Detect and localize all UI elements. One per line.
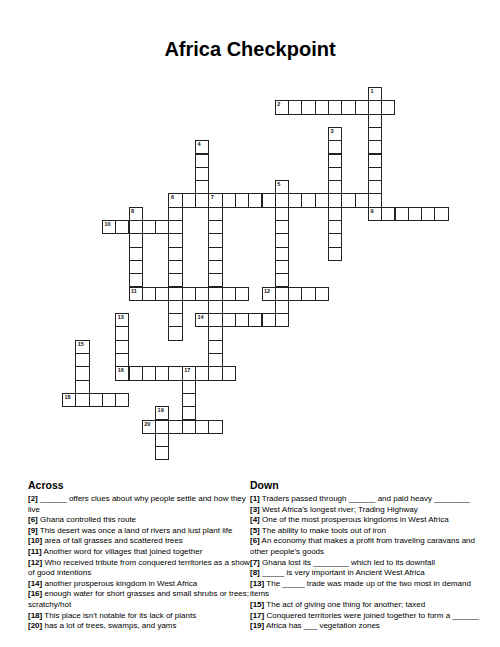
clue-item: [7] Ghana lost its ________ which led to… <box>250 558 482 569</box>
grid-cell[interactable] <box>328 247 342 261</box>
grid-cell[interactable] <box>328 154 342 168</box>
grid-cell[interactable] <box>288 193 302 207</box>
grid-cell[interactable] <box>155 366 169 380</box>
clue-item: [11] Another word for villages that join… <box>28 547 252 558</box>
grid-cell[interactable] <box>208 207 222 221</box>
clue-number: 10 <box>104 221 110 227</box>
clue-number: 5 <box>277 181 280 187</box>
grid-cell[interactable] <box>381 100 395 114</box>
clue-item: [4] One of the most prosperous kingdoms … <box>250 515 482 526</box>
grid-cell[interactable]: 12 <box>262 287 276 301</box>
grid-cell[interactable] <box>182 406 196 420</box>
grid-cell[interactable] <box>115 326 129 340</box>
grid-cell[interactable] <box>235 313 249 327</box>
grid-cell[interactable] <box>168 313 182 327</box>
grid-cell[interactable] <box>155 433 169 447</box>
grid-cell[interactable]: 6 <box>168 193 182 207</box>
grid-cell[interactable] <box>275 260 289 274</box>
clue-number: 15 <box>78 341 84 347</box>
crossword-grid: 1923456781110121316141517181920 <box>62 87 449 460</box>
down-clue-list: [1] Traders passed through ______ and pa… <box>250 494 482 632</box>
clue-item-number: [8] <box>250 568 260 577</box>
clue-item-number: [2] <box>28 494 38 503</box>
clue-item: [5] The ability to make tools out of iro… <box>250 526 482 537</box>
grid-cell[interactable] <box>208 353 222 367</box>
grid-cell[interactable] <box>248 313 262 327</box>
grid-cell[interactable] <box>301 287 315 301</box>
down-header: Down <box>250 479 482 491</box>
clue-item-number: [5] <box>250 526 260 535</box>
clue-item-number: [18] <box>28 611 42 620</box>
grid-cell[interactable] <box>208 220 222 234</box>
grid-cell[interactable] <box>168 273 182 287</box>
grid-cell[interactable] <box>195 180 209 194</box>
grid-cell[interactable] <box>142 366 156 380</box>
grid-cell[interactable] <box>288 100 302 114</box>
grid-cell[interactable] <box>315 287 329 301</box>
grid-cell[interactable]: 3 <box>328 127 342 141</box>
grid-cell[interactable] <box>195 287 209 301</box>
grid-cell[interactable]: 1 <box>368 87 382 101</box>
grid-cell[interactable] <box>208 260 222 274</box>
grid-cell[interactable] <box>222 366 236 380</box>
grid-cell[interactable] <box>208 273 222 287</box>
grid-cell[interactable] <box>341 193 355 207</box>
grid-cell[interactable] <box>434 207 448 221</box>
grid-cell[interactable] <box>208 233 222 247</box>
grid-cell[interactable] <box>368 193 382 207</box>
grid-cell[interactable]: 13 <box>115 313 129 327</box>
grid-cell[interactable] <box>368 167 382 181</box>
clue-item: [19] Africa has ___ vegetation zones <box>250 621 482 632</box>
clue-number: 13 <box>118 314 124 320</box>
across-header: Across <box>28 479 252 491</box>
grid-cell[interactable] <box>115 220 129 234</box>
grid-cell[interactable] <box>168 366 182 380</box>
grid-cell[interactable] <box>115 340 129 354</box>
clue-item: [6] An economy that makes a profit from … <box>250 536 482 557</box>
grid-cell[interactable]: 20 <box>142 420 156 434</box>
clue-item: [14] another prosperous kingdom in West … <box>28 579 252 590</box>
grid-cell[interactable]: 19 <box>155 406 169 420</box>
clue-item-number: [14] <box>28 579 42 588</box>
grid-cell[interactable] <box>129 233 143 247</box>
clue-number: 12 <box>264 288 270 294</box>
clue-item: [17] Conquered territories were joined t… <box>250 611 482 622</box>
clue-item-number: [10] <box>28 536 42 545</box>
grid-cell[interactable] <box>182 393 196 407</box>
grid-cell[interactable] <box>129 273 143 287</box>
clue-number: 1 <box>370 88 373 94</box>
clue-number: 18 <box>65 394 71 400</box>
grid-cell[interactable] <box>275 273 289 287</box>
grid-cell[interactable] <box>142 287 156 301</box>
clue-item-number: [6] <box>250 536 260 545</box>
clue-item: [10] area of tall grasses and scattered … <box>28 536 252 547</box>
grid-cell[interactable] <box>368 180 382 194</box>
grid-cell[interactable] <box>222 287 236 301</box>
grid-cell[interactable] <box>275 233 289 247</box>
grid-cell[interactable] <box>75 366 89 380</box>
clue-number: 14 <box>198 314 204 320</box>
grid-cell[interactable] <box>75 393 89 407</box>
grid-cell[interactable] <box>328 220 342 234</box>
grid-cell[interactable] <box>168 260 182 274</box>
clue-item-number: [4] <box>250 515 260 524</box>
grid-cell[interactable] <box>328 180 342 194</box>
grid-cell[interactable] <box>195 366 209 380</box>
grid-cell[interactable] <box>75 353 89 367</box>
grid-cell[interactable] <box>368 127 382 141</box>
across-clues-column: Across [2] ______ offers clues about why… <box>28 479 252 632</box>
grid-cell[interactable] <box>168 220 182 234</box>
clue-number: 8 <box>131 208 134 214</box>
grid-cell[interactable] <box>168 247 182 261</box>
grid-cell[interactable] <box>208 247 222 261</box>
grid-cell[interactable] <box>355 193 369 207</box>
grid-cell[interactable]: 9 <box>368 207 382 221</box>
grid-cell[interactable] <box>275 193 289 207</box>
clue-item: [18] This place isn't notable for its la… <box>28 611 252 622</box>
grid-cell[interactable] <box>315 100 329 114</box>
grid-cell[interactable] <box>155 220 169 234</box>
clue-item-number: [3] <box>250 505 260 514</box>
grid-cell[interactable] <box>301 100 315 114</box>
across-clue-list: [2] ______ offers clues about why people… <box>28 494 252 632</box>
clue-number: 17 <box>184 367 190 373</box>
grid-cell[interactable] <box>168 287 182 301</box>
grid-cell[interactable] <box>275 247 289 261</box>
grid-cell[interactable] <box>182 420 196 434</box>
grid-cell[interactable]: 18 <box>62 393 76 407</box>
grid-cell[interactable] <box>155 446 169 460</box>
clue-number: 9 <box>370 208 373 214</box>
grid-cell[interactable] <box>275 220 289 234</box>
grid-cell[interactable] <box>129 366 143 380</box>
grid-cell[interactable] <box>368 114 382 128</box>
clue-item-number: [12] <box>28 558 42 567</box>
grid-cell[interactable] <box>408 207 422 221</box>
grid-cell[interactable] <box>168 233 182 247</box>
grid-cell[interactable] <box>395 207 409 221</box>
grid-cell[interactable] <box>262 193 276 207</box>
grid-cell[interactable] <box>208 300 222 314</box>
grid-cell[interactable]: 11 <box>129 287 143 301</box>
grid-cell[interactable]: 14 <box>195 313 209 327</box>
clue-item-number: [13] <box>250 579 264 588</box>
clue-number: 16 <box>118 367 124 373</box>
grid-cell[interactable] <box>328 233 342 247</box>
clue-item: [9] This desert was once a land of river… <box>28 526 252 537</box>
grid-cell[interactable] <box>275 207 289 221</box>
clue-item: [6] Ghana controlled this route <box>28 515 252 526</box>
grid-cell[interactable] <box>208 313 222 327</box>
grid-cell[interactable] <box>168 326 182 340</box>
grid-cell[interactable] <box>195 167 209 181</box>
clue-item-number: [9] <box>28 526 38 535</box>
grid-cell[interactable] <box>368 154 382 168</box>
grid-cell[interactable]: 5 <box>275 180 289 194</box>
clue-item-number: [15] <box>250 600 264 609</box>
clue-number: 2 <box>277 101 280 107</box>
grid-cell[interactable] <box>168 207 182 221</box>
grid-cell[interactable] <box>368 100 382 114</box>
grid-cell[interactable] <box>235 193 249 207</box>
grid-cell[interactable] <box>341 100 355 114</box>
grid-cell[interactable] <box>195 420 209 434</box>
grid-cell[interactable] <box>208 287 222 301</box>
grid-cell[interactable] <box>195 154 209 168</box>
grid-cell[interactable] <box>155 287 169 301</box>
grid-cell[interactable] <box>208 366 222 380</box>
grid-cell[interactable] <box>222 313 236 327</box>
grid-cell[interactable]: 15 <box>75 340 89 354</box>
grid-cell[interactable] <box>182 287 196 301</box>
grid-cell[interactable] <box>89 393 103 407</box>
clue-number: 7 <box>211 194 214 200</box>
clue-item-number: [20] <box>28 621 42 630</box>
grid-cell[interactable] <box>75 380 89 394</box>
grid-cell[interactable] <box>129 220 143 234</box>
grid-cell[interactable]: 4 <box>195 140 209 154</box>
grid-cell[interactable] <box>368 140 382 154</box>
clue-item-number: [11] <box>28 547 42 556</box>
grid-cell[interactable] <box>155 420 169 434</box>
grid-cell[interactable]: 7 <box>208 193 222 207</box>
grid-cell[interactable]: 10 <box>102 220 116 234</box>
clue-item: [8] _____ is very important in Ancient W… <box>250 568 482 579</box>
clue-item-number: [7] <box>250 558 260 567</box>
clue-item: [3] West Africa's longest river; Trading… <box>250 505 482 516</box>
grid-cell[interactable] <box>182 193 196 207</box>
grid-cell[interactable] <box>142 220 156 234</box>
grid-cell[interactable]: 2 <box>275 100 289 114</box>
clue-item: [20] has a lot of trees, swamps, and yam… <box>28 621 252 632</box>
grid-cell[interactable] <box>248 193 262 207</box>
clue-number: 11 <box>131 288 137 294</box>
grid-cell[interactable] <box>208 326 222 340</box>
grid-cell[interactable] <box>381 207 395 221</box>
grid-cell[interactable] <box>115 393 129 407</box>
grid-cell[interactable] <box>328 140 342 154</box>
grid-cell[interactable] <box>222 193 236 207</box>
clue-item-number: [19] <box>250 621 264 630</box>
grid-cell[interactable] <box>208 340 222 354</box>
clue-item: [15] The act of giving one thing for ano… <box>250 600 482 611</box>
clue-number: 4 <box>198 141 201 147</box>
grid-cell[interactable] <box>328 100 342 114</box>
clue-item: [13] The _____ trade was made up of the … <box>250 579 482 600</box>
grid-cell[interactable] <box>235 287 249 301</box>
clue-number: 3 <box>331 128 334 134</box>
grid-cell[interactable] <box>328 207 342 221</box>
clue-number: 19 <box>158 407 164 413</box>
clue-number: 6 <box>171 194 174 200</box>
clue-item-number: [1] <box>250 494 260 503</box>
grid-cell[interactable] <box>315 193 329 207</box>
clue-item-number: [17] <box>250 611 264 620</box>
grid-cell[interactable] <box>129 247 143 261</box>
clue-item: [1] Traders passed through ______ and pa… <box>250 494 482 505</box>
clue-item: [12] Who received tribute from conquered… <box>28 558 252 579</box>
puzzle-title: Africa Checkpoint <box>0 38 500 61</box>
grid-cell[interactable] <box>168 300 182 314</box>
grid-cell[interactable] <box>208 420 222 434</box>
grid-cell[interactable] <box>275 313 289 327</box>
grid-cell[interactable] <box>355 100 369 114</box>
grid-cell[interactable] <box>102 393 116 407</box>
clue-item: [16] enough water for short grasses and … <box>28 589 252 610</box>
grid-cell[interactable] <box>129 260 143 274</box>
grid-cell[interactable] <box>168 420 182 434</box>
grid-cell[interactable] <box>421 207 435 221</box>
clue-item: [2] ______ offers clues about why people… <box>28 494 252 515</box>
down-clues-column: Down [1] Traders passed through ______ a… <box>250 479 482 632</box>
grid-cell[interactable] <box>182 380 196 394</box>
grid-cell[interactable]: 16 <box>115 366 129 380</box>
grid-cell[interactable]: 17 <box>182 366 196 380</box>
clue-item-number: [16] <box>28 589 42 598</box>
grid-cell[interactable] <box>328 193 342 207</box>
grid-cell[interactable] <box>275 287 289 301</box>
grid-cell[interactable] <box>328 167 342 181</box>
grid-cell[interactable] <box>301 193 315 207</box>
grid-cell[interactable] <box>195 193 209 207</box>
clue-number: 20 <box>144 421 150 427</box>
grid-cell[interactable] <box>288 287 302 301</box>
grid-cell[interactable] <box>262 313 276 327</box>
grid-cell[interactable] <box>115 353 129 367</box>
grid-cell[interactable] <box>275 300 289 314</box>
grid-cell[interactable]: 8 <box>129 207 143 221</box>
clue-item-number: [6] <box>28 515 38 524</box>
